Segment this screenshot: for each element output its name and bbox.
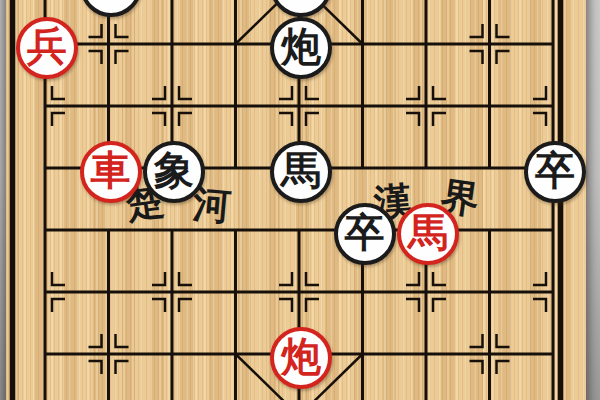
piece-glyph: 炮 [281, 27, 321, 67]
red-soldier-piece[interactable]: 兵 [16, 17, 78, 79]
xiangqi-app-window: 楚 河 漢 界 兵炮車象馬卒卒馬炮 [0, 0, 600, 400]
board-point-f4r2: 炮 [267, 13, 331, 75]
board-point-f5r5: 卒 [331, 199, 395, 261]
board-point-f4r4: 馬 [267, 137, 331, 199]
black-soldier-piece[interactable]: 卒 [524, 141, 586, 203]
black-cannon-piece[interactable]: 炮 [270, 17, 332, 79]
piece-glyph: 卒 [535, 151, 575, 191]
board-point-f4r1 [267, 0, 331, 13]
board-point-f1r1 [77, 0, 141, 13]
board-point-f4r7: 炮 [267, 323, 331, 385]
black-soldier-piece[interactable]: 卒 [334, 203, 396, 265]
piece-glyph: 象 [154, 151, 194, 191]
black-unknown-clipped-piece[interactable] [80, 0, 142, 17]
piece-glyph: 兵 [27, 27, 67, 67]
piece-glyph: 車 [91, 151, 131, 191]
piece-glyph: 卒 [345, 213, 385, 253]
board-point-f8r4: 卒 [521, 137, 585, 199]
piece-glyph: 馬 [408, 213, 448, 253]
board-intersection-grid: 兵炮車象馬卒卒馬炮 [13, 0, 585, 400]
board-point-f2r4: 象 [140, 137, 204, 199]
red-chariot-piece[interactable]: 車 [80, 141, 142, 203]
board-point-f6r5: 馬 [394, 199, 458, 261]
piece-glyph: 馬 [281, 151, 321, 191]
red-horse-piece[interactable]: 馬 [397, 203, 459, 265]
red-cannon-piece[interactable]: 炮 [270, 327, 332, 389]
black-horse-piece[interactable]: 馬 [270, 141, 332, 203]
board-point-f0r2: 兵 [13, 13, 77, 75]
piece-glyph: 炮 [281, 337, 321, 377]
black-elephant-piece[interactable]: 象 [143, 141, 205, 203]
board-point-f1r4: 車 [77, 137, 141, 199]
